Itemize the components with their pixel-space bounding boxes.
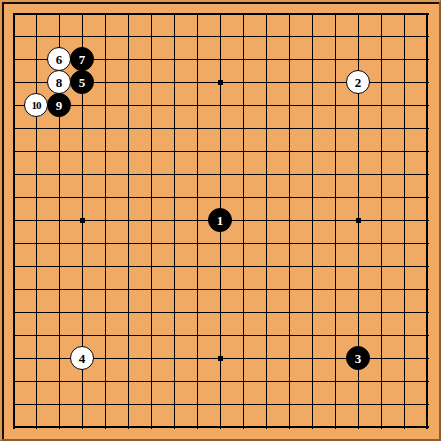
move-number-label: 8: [56, 76, 63, 89]
stone-black-move-5: 5: [70, 70, 94, 94]
star-point: [218, 356, 223, 361]
move-number-label: 9: [56, 99, 63, 112]
move-number-label: 7: [79, 53, 86, 66]
star-point: [218, 80, 223, 85]
stone-white-move-6: 6: [47, 47, 71, 71]
move-number-label: 4: [79, 352, 86, 365]
stone-white-move-10: 10: [24, 93, 48, 117]
move-number-label: 1: [217, 214, 224, 227]
stone-white-move-2: 2: [346, 70, 370, 94]
star-point: [356, 218, 361, 223]
stone-black-move-9: 9: [47, 93, 71, 117]
move-number-label: 3: [355, 352, 362, 365]
move-number-label: 6: [56, 53, 63, 66]
move-number-label: 5: [79, 76, 86, 89]
stone-black-move-1: 1: [208, 208, 232, 232]
stone-black-move-7: 7: [70, 47, 94, 71]
stone-black-move-3: 3: [346, 346, 370, 370]
stone-white-move-4: 4: [70, 346, 94, 370]
stones-layer: 12345678910: [0, 0, 441, 441]
go-board-diagram: 12345678910: [0, 0, 441, 441]
star-point: [80, 218, 85, 223]
stone-white-move-8: 8: [47, 70, 71, 94]
move-number-label: 2: [355, 76, 362, 89]
move-number-label: 10: [32, 100, 41, 111]
